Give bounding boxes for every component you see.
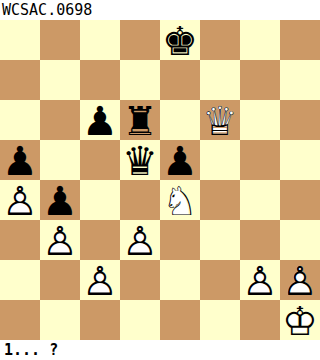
- piece-outline: ♙: [0, 180, 40, 220]
- piece-black-pawn: ♟: [160, 140, 200, 180]
- square-c6[interactable]: ♟: [80, 100, 120, 140]
- square-e1[interactable]: [160, 300, 200, 340]
- square-e5[interactable]: ♟: [160, 140, 200, 180]
- square-f7[interactable]: [200, 60, 240, 100]
- square-h1[interactable]: ♚♔: [280, 300, 320, 340]
- piece-white-pawn: ♟♙: [40, 220, 80, 260]
- square-a5[interactable]: ♟: [0, 140, 40, 180]
- diagram-title: WCSAC.0698: [0, 0, 320, 20]
- square-g8[interactable]: [240, 20, 280, 60]
- square-b5[interactable]: [40, 140, 80, 180]
- square-g5[interactable]: [240, 140, 280, 180]
- square-d4[interactable]: [120, 180, 160, 220]
- square-f4[interactable]: [200, 180, 240, 220]
- square-h2[interactable]: ♟♙: [280, 260, 320, 300]
- square-e4[interactable]: ♞♘: [160, 180, 200, 220]
- square-a7[interactable]: [0, 60, 40, 100]
- square-d5[interactable]: ♛: [120, 140, 160, 180]
- square-e6[interactable]: [160, 100, 200, 140]
- piece-outline: ♙: [120, 220, 160, 260]
- square-f6[interactable]: ♛♕: [200, 100, 240, 140]
- move-prompt: 1... ?: [0, 340, 320, 360]
- square-d3[interactable]: ♟♙: [120, 220, 160, 260]
- square-c2[interactable]: ♟♙: [80, 260, 120, 300]
- piece-outline: ♔: [280, 300, 320, 340]
- square-g1[interactable]: [240, 300, 280, 340]
- square-e8[interactable]: ♚: [160, 20, 200, 60]
- square-f8[interactable]: [200, 20, 240, 60]
- square-b8[interactable]: [40, 20, 80, 60]
- square-f3[interactable]: [200, 220, 240, 260]
- square-e2[interactable]: [160, 260, 200, 300]
- piece-white-pawn: ♟♙: [240, 260, 280, 300]
- square-c8[interactable]: [80, 20, 120, 60]
- square-b2[interactable]: [40, 260, 80, 300]
- square-a2[interactable]: [0, 260, 40, 300]
- piece-outline: ♙: [240, 260, 280, 300]
- square-b1[interactable]: [40, 300, 80, 340]
- square-b6[interactable]: [40, 100, 80, 140]
- piece-white-knight: ♞♘: [160, 180, 200, 220]
- square-f2[interactable]: [200, 260, 240, 300]
- square-g6[interactable]: [240, 100, 280, 140]
- piece-outline: ♕: [200, 100, 240, 140]
- piece-black-king: ♚: [160, 20, 200, 60]
- square-a1[interactable]: [0, 300, 40, 340]
- square-g3[interactable]: [240, 220, 280, 260]
- square-c7[interactable]: [80, 60, 120, 100]
- square-d6[interactable]: ♜: [120, 100, 160, 140]
- square-g4[interactable]: [240, 180, 280, 220]
- piece-outline: ♙: [40, 220, 80, 260]
- piece-black-pawn: ♟: [0, 140, 40, 180]
- square-d1[interactable]: [120, 300, 160, 340]
- piece-white-queen: ♛♕: [200, 100, 240, 140]
- square-a3[interactable]: [0, 220, 40, 260]
- piece-white-pawn: ♟♙: [120, 220, 160, 260]
- square-b7[interactable]: [40, 60, 80, 100]
- square-d8[interactable]: [120, 20, 160, 60]
- piece-white-pawn: ♟♙: [280, 260, 320, 300]
- piece-white-pawn: ♟♙: [80, 260, 120, 300]
- square-h6[interactable]: [280, 100, 320, 140]
- piece-outline: ♙: [280, 260, 320, 300]
- piece-black-pawn: ♟: [80, 100, 120, 140]
- square-g7[interactable]: [240, 60, 280, 100]
- square-b3[interactable]: ♟♙: [40, 220, 80, 260]
- square-a8[interactable]: [0, 20, 40, 60]
- square-h3[interactable]: [280, 220, 320, 260]
- square-c1[interactable]: [80, 300, 120, 340]
- square-a4[interactable]: ♟♙: [0, 180, 40, 220]
- piece-black-pawn: ♟: [40, 180, 80, 220]
- chess-board: ♚♟♜♛♕♟♛♟♟♙♟♞♘♟♙♟♙♟♙♟♙♟♙♚♔: [0, 20, 320, 340]
- piece-white-king: ♚♔: [280, 300, 320, 340]
- square-d2[interactable]: [120, 260, 160, 300]
- chess-diagram: WCSAC.0698 ♚♟♜♛♕♟♛♟♟♙♟♞♘♟♙♟♙♟♙♟♙♟♙♚♔ 1..…: [0, 0, 320, 360]
- square-e7[interactable]: [160, 60, 200, 100]
- square-c5[interactable]: [80, 140, 120, 180]
- piece-white-pawn: ♟♙: [0, 180, 40, 220]
- square-h4[interactable]: [280, 180, 320, 220]
- square-c3[interactable]: [80, 220, 120, 260]
- square-d7[interactable]: [120, 60, 160, 100]
- piece-outline: ♙: [80, 260, 120, 300]
- piece-black-rook: ♜: [120, 100, 160, 140]
- square-e3[interactable]: [160, 220, 200, 260]
- piece-outline: ♘: [160, 180, 200, 220]
- square-h7[interactable]: [280, 60, 320, 100]
- square-a6[interactable]: [0, 100, 40, 140]
- square-f5[interactable]: [200, 140, 240, 180]
- square-g2[interactable]: ♟♙: [240, 260, 280, 300]
- square-f1[interactable]: [200, 300, 240, 340]
- square-h5[interactable]: [280, 140, 320, 180]
- square-c4[interactable]: [80, 180, 120, 220]
- square-h8[interactable]: [280, 20, 320, 60]
- square-b4[interactable]: ♟: [40, 180, 80, 220]
- piece-black-queen: ♛: [120, 140, 160, 180]
